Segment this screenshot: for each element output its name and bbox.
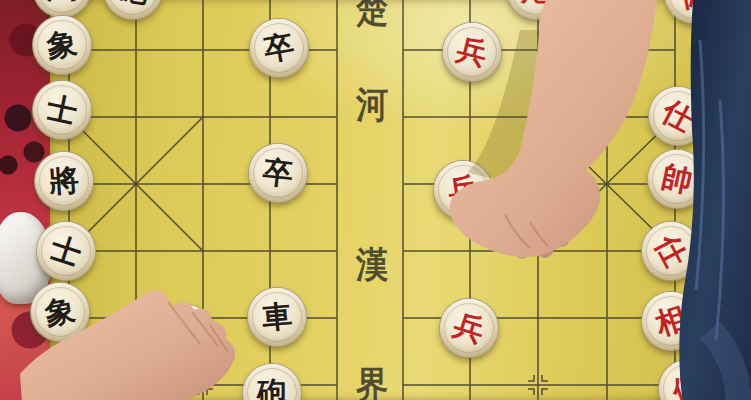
right-arm-and-hand	[450, 0, 658, 257]
photo-overlay	[0, 0, 751, 400]
left-hand	[20, 290, 235, 400]
denim-jeans	[679, 0, 751, 400]
xiangqi-photo: 楚 河 漢 界 馬砲象士將士象馬卒卒車砲兵兵炮兵炮傌仕帥仕相傌	[0, 0, 751, 400]
